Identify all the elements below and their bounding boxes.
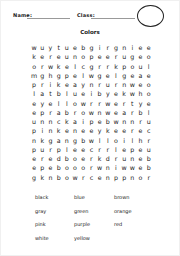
grid-cell-r10c1: p: [30, 126, 38, 135]
grid-cell-r14c14: e: [136, 163, 144, 172]
grid-cell-r1c7: b: [79, 43, 87, 52]
grid-cell-r11c12: i: [120, 136, 128, 145]
grid-cell-r9c11: w: [112, 117, 120, 126]
grid-cell-r6c7: e: [79, 89, 87, 98]
grid-cell-r2c11: r: [112, 52, 120, 61]
grid-cell-r9c7: i: [79, 117, 87, 126]
grid-cell-r5c2: r: [38, 80, 46, 89]
grid-cell-r14c13: w: [128, 163, 136, 172]
grid-cell-r4c3: h: [46, 71, 54, 80]
grid-cell-r13c1: e: [30, 154, 38, 163]
grid-cell-r13c14: e: [136, 154, 144, 163]
grid-cell-r3c15: l: [145, 62, 153, 71]
grid-cell-r11c3: g: [46, 136, 54, 145]
score-oval: [137, 5, 164, 27]
word-bank-item-yellow: yellow: [74, 235, 114, 249]
grid-cell-r6c6: u: [71, 89, 79, 98]
word-bank-item-red: red: [114, 221, 159, 235]
grid-cell-r8c14: b: [136, 108, 144, 117]
grid-cell-r12c3: r: [46, 145, 54, 154]
grid-cell-r9c6: a: [71, 117, 79, 126]
grid-cell-r12c8: c: [87, 145, 95, 154]
grid-cell-r4c10: e: [104, 71, 112, 80]
grid-cell-r6c12: k: [120, 89, 128, 98]
grid-cell-r8c10: w: [104, 108, 112, 117]
grid-cell-r7c11: e: [112, 99, 120, 108]
grid-cell-r13c6: o: [71, 154, 79, 163]
grid-cell-r7c8: r: [87, 99, 95, 108]
grid-cell-r12c11: l: [112, 145, 120, 154]
grid-cell-r2c8: p: [87, 52, 95, 61]
grid-cell-r15c11: p: [112, 173, 120, 182]
grid-cell-r2c15: o: [145, 52, 153, 61]
grid-cell-r4c7: l: [79, 71, 87, 80]
grid-cell-r14c12: w: [120, 163, 128, 172]
grid-cell-r4c13: e: [128, 71, 136, 80]
grid-cell-r13c4: d: [55, 154, 63, 163]
grid-cell-r7c14: y: [136, 99, 144, 108]
grid-cell-r10c14: e: [136, 126, 144, 135]
grid-cell-r9c10: b: [104, 117, 112, 126]
grid-cell-r10c12: e: [120, 126, 128, 135]
grid-cell-r9c12: n: [120, 117, 128, 126]
grid-cell-r7c9: r: [96, 99, 104, 108]
grid-cell-r14c2: p: [38, 163, 46, 172]
grid-cell-r10c4: k: [55, 126, 63, 135]
grid-cell-r4c15: e: [145, 71, 153, 80]
grid-cell-r13c3: e: [46, 154, 54, 163]
grid-cell-r14c4: b: [55, 163, 63, 172]
grid-cell-r14c8: r: [87, 163, 95, 172]
grid-cell-r7c12: r: [120, 99, 128, 108]
grid-cell-r8c15: l: [145, 108, 153, 117]
grid-cell-r13c8: r: [87, 154, 95, 163]
grid-cell-r13c9: k: [96, 154, 104, 163]
grid-cell-r8c1: e: [30, 108, 38, 117]
grid-cell-r5c8: n: [87, 80, 95, 89]
grid-cell-r11c14: h: [136, 136, 144, 145]
grid-cell-r2c1: k: [30, 52, 38, 61]
grid-cell-r14c1: e: [30, 163, 38, 172]
grid-cell-r10c3: n: [46, 126, 54, 135]
grid-cell-r11c7: b: [79, 136, 87, 145]
grid-cell-r2c6: n: [71, 52, 79, 61]
grid-cell-r12c2: u: [38, 145, 46, 154]
grid-cell-r14c7: o: [79, 163, 87, 172]
grid-cell-r9c15: u: [145, 117, 153, 126]
grid-cell-r1c15: e: [145, 43, 153, 52]
word-search-grid: wuytuebgirgnieekereunopeerugeoorwkelcgrr…: [30, 43, 153, 182]
grid-cell-r11c15: r: [145, 136, 153, 145]
grid-cell-r3c5: e: [63, 62, 71, 71]
grid-cell-r12c1: p: [30, 145, 38, 154]
grid-cell-r10c10: k: [104, 126, 112, 135]
grid-cell-r3c10: r: [104, 62, 112, 71]
grid-cell-r13c13: n: [128, 154, 136, 163]
grid-cell-r4c4: g: [55, 71, 63, 80]
grid-cell-r11c8: w: [87, 136, 95, 145]
grid-cell-r15c14: o: [136, 173, 144, 182]
grid-cell-r1c13: i: [128, 43, 136, 52]
grid-cell-r9c4: c: [55, 117, 63, 126]
grid-cell-r7c13: t: [128, 99, 136, 108]
grid-cell-r4c1: m: [30, 71, 38, 80]
grid-cell-r14c15: b: [145, 163, 153, 172]
grid-cell-r10c2: i: [38, 126, 46, 135]
word-bank-item-green: green: [74, 208, 114, 222]
grid-cell-r14c9: w: [96, 163, 104, 172]
grid-cell-r6c2: a: [38, 89, 46, 98]
grid-cell-r14c11: i: [112, 163, 120, 172]
grid-cell-r4c14: a: [136, 71, 144, 80]
grid-cell-r5c12: n: [120, 80, 128, 89]
grid-cell-r15c12: p: [120, 173, 128, 182]
grid-cell-r15c9: e: [96, 173, 104, 182]
grid-cell-r3c8: g: [87, 62, 95, 71]
grid-cell-r15c4: b: [55, 173, 63, 182]
grid-cell-r4c6: e: [71, 71, 79, 80]
word-bank-item-brown: brown: [114, 194, 159, 208]
grid-cell-r12c9: r: [96, 145, 104, 154]
grid-cell-r4c12: g: [120, 71, 128, 80]
word-bank-item-orange: orange: [114, 208, 159, 222]
grid-cell-r13c7: e: [79, 154, 87, 163]
grid-cell-r8c11: e: [112, 108, 120, 117]
grid-cell-r2c14: e: [136, 52, 144, 61]
grid-cell-r2c2: e: [38, 52, 46, 61]
grid-cell-r3c14: u: [136, 62, 144, 71]
grid-cell-r4c5: p: [63, 71, 71, 80]
word-bank-item-gray: gray: [35, 208, 74, 222]
grid-cell-r8c13: r: [128, 108, 136, 117]
grid-cell-r15c3: n: [46, 173, 54, 182]
grid-cell-r11c13: l: [128, 136, 136, 145]
grid-cell-r7c4: l: [55, 99, 63, 108]
grid-cell-r8c12: a: [120, 108, 128, 117]
grid-cell-r12c10: r: [104, 145, 112, 154]
grid-cell-r3c3: w: [46, 62, 54, 71]
grid-cell-r7c3: e: [46, 99, 54, 108]
grid-cell-r8c6: r: [71, 108, 79, 117]
word-bank-item-black: black: [35, 194, 74, 208]
grid-cell-r2c7: o: [79, 52, 87, 61]
word-bank: blackbluebrowngraygreenorangepinkpurpler…: [35, 194, 159, 248]
grid-cell-r6c15: o: [145, 89, 153, 98]
grid-cell-r2c3: r: [46, 52, 54, 61]
grid-cell-r5c3: i: [46, 80, 54, 89]
grid-cell-r13c2: r: [38, 154, 46, 163]
grid-cell-r11c6: g: [71, 136, 79, 145]
grid-cell-r7c1: e: [30, 99, 38, 108]
grid-cell-r10c11: e: [112, 126, 120, 135]
grid-cell-r9c2: n: [38, 117, 46, 126]
grid-cell-r1c8: g: [87, 43, 95, 52]
word-bank-item-purple: purple: [74, 221, 114, 235]
grid-cell-r5c9: r: [96, 80, 104, 89]
grid-cell-r2c9: e: [96, 52, 104, 61]
grid-cell-r9c8: p: [87, 117, 95, 126]
grid-cell-r1c2: u: [38, 43, 46, 52]
grid-cell-r7c15: e: [145, 99, 153, 108]
grid-cell-r15c10: n: [104, 173, 112, 182]
grid-cell-r2c10: e: [104, 52, 112, 61]
grid-cell-r15c5: o: [63, 173, 71, 182]
grid-cell-r1c6: e: [71, 43, 79, 52]
grid-cell-r8c4: a: [55, 108, 63, 117]
grid-cell-r12c12: e: [120, 145, 128, 154]
grid-cell-r3c6: l: [71, 62, 79, 71]
grid-cell-r15c13: n: [128, 173, 136, 182]
grid-cell-r3c4: k: [55, 62, 63, 71]
grid-cell-r10c5: e: [63, 126, 71, 135]
grid-cell-r14c3: e: [46, 163, 54, 172]
grid-cell-r4c11: l: [112, 71, 120, 80]
grid-cell-r5c7: y: [79, 80, 87, 89]
word-bank-item-blue: blue: [74, 194, 114, 208]
grid-cell-r11c2: k: [38, 136, 46, 145]
grid-cell-r7c5: l: [63, 99, 71, 108]
grid-cell-r9c9: e: [96, 117, 104, 126]
grid-cell-r3c11: k: [112, 62, 120, 71]
grid-cell-r6c11: e: [112, 89, 120, 98]
grid-cell-r6c8: i: [87, 89, 95, 98]
grid-cell-r1c14: e: [136, 43, 144, 52]
grid-cell-r10c8: e: [87, 126, 95, 135]
grid-cell-r10c13: r: [128, 126, 136, 135]
name-blank-line: [27, 18, 70, 19]
grid-cell-r4c8: w: [87, 71, 95, 80]
grid-cell-r13c15: b: [145, 154, 153, 163]
grid-cell-r7c7: w: [79, 99, 87, 108]
grid-cell-r11c9: l: [96, 136, 104, 145]
grid-cell-r9c1: u: [30, 117, 38, 126]
grid-cell-r12c15: u: [145, 145, 153, 154]
grid-cell-r5c11: r: [112, 80, 120, 89]
grid-cell-r6c4: b: [55, 89, 63, 98]
grid-cell-r12c4: p: [55, 145, 63, 154]
grid-cell-r13c11: r: [112, 154, 120, 163]
grid-cell-r15c8: c: [87, 173, 95, 182]
grid-cell-r13c10: d: [104, 154, 112, 163]
grid-cell-r5c4: k: [55, 80, 63, 89]
grid-cell-r3c12: p: [120, 62, 128, 71]
grid-cell-r8c7: o: [79, 108, 87, 117]
grid-cell-r4c9: g: [96, 71, 104, 80]
grid-cell-r7c10: w: [104, 99, 112, 108]
grid-cell-r4c2: g: [38, 71, 46, 80]
grid-cell-r15c6: w: [71, 173, 79, 182]
grid-cell-r5c15: o: [145, 80, 153, 89]
grid-cell-r1c11: g: [112, 43, 120, 52]
class-blank-line: [91, 18, 135, 19]
grid-cell-r3c2: r: [38, 62, 46, 71]
grid-cell-r10c7: e: [79, 126, 87, 135]
grid-cell-r7c6: o: [71, 99, 79, 108]
grid-cell-r14c6: o: [71, 163, 79, 172]
grid-cell-r3c9: r: [96, 62, 104, 71]
grid-cell-r12c14: e: [136, 145, 144, 154]
grid-cell-r3c1: o: [30, 62, 38, 71]
grid-cell-r2c4: e: [55, 52, 63, 61]
grid-cell-r2c12: u: [120, 52, 128, 61]
grid-cell-r8c2: p: [38, 108, 46, 117]
grid-cell-r8c9: n: [96, 108, 104, 117]
grid-cell-r5c13: w: [128, 80, 136, 89]
grid-cell-r6c1: l: [30, 89, 38, 98]
word-bank-empty: [114, 235, 159, 249]
grid-cell-r2c5: u: [63, 52, 71, 61]
grid-cell-r8c3: r: [46, 108, 54, 117]
grid-cell-r5c1: p: [30, 80, 38, 89]
puzzle-title: Colors: [0, 29, 180, 35]
grid-cell-r15c2: k: [38, 173, 46, 182]
grid-cell-r6c13: w: [128, 89, 136, 98]
grid-cell-r1c3: y: [46, 43, 54, 52]
grid-cell-r15c15: r: [145, 173, 153, 182]
grid-cell-r5c6: a: [71, 80, 79, 89]
grid-cell-r1c1: w: [30, 43, 38, 52]
grid-cell-r10c15: c: [145, 126, 153, 135]
grid-cell-r1c9: i: [96, 43, 104, 52]
grid-cell-r2c13: g: [128, 52, 136, 61]
grid-cell-r1c12: n: [120, 43, 128, 52]
grid-cell-r1c10: r: [104, 43, 112, 52]
grid-cell-r12c13: p: [128, 145, 136, 154]
grid-cell-r14c5: o: [63, 163, 71, 172]
grid-cell-r9c13: n: [128, 117, 136, 126]
grid-cell-r8c5: b: [63, 108, 71, 117]
grid-cell-r6c5: l: [63, 89, 71, 98]
grid-cell-r10c9: y: [96, 126, 104, 135]
grid-cell-r13c5: b: [63, 154, 71, 163]
grid-cell-r5c5: e: [63, 80, 71, 89]
grid-cell-r10c6: n: [71, 126, 79, 135]
grid-cell-r12c5: l: [63, 145, 71, 154]
grid-cell-r12c7: e: [79, 145, 87, 154]
grid-cell-r15c7: r: [79, 173, 87, 182]
grid-cell-r9c14: r: [136, 117, 144, 126]
grid-cell-r11c5: n: [63, 136, 71, 145]
grid-cell-r11c11: o: [112, 136, 120, 145]
grid-cell-r9c3: n: [46, 117, 54, 126]
grid-cell-r15c1: g: [30, 173, 38, 182]
grid-cell-r5c10: u: [104, 80, 112, 89]
grid-cell-r1c5: u: [63, 43, 71, 52]
grid-cell-r9c5: k: [63, 117, 71, 126]
grid-cell-r6c10: y: [104, 89, 112, 98]
grid-cell-r11c10: l: [104, 136, 112, 145]
word-bank-item-white: white: [35, 235, 74, 249]
grid-cell-r6c3: t: [46, 89, 54, 98]
worksheet-page: Name: Class: Colors wuytuebgirgnieekereu…: [0, 0, 180, 256]
grid-cell-r11c4: a: [55, 136, 63, 145]
word-bank-item-pink: pink: [35, 221, 74, 235]
grid-cell-r12c6: e: [71, 145, 79, 154]
grid-cell-r1c4: t: [55, 43, 63, 52]
grid-cell-r6c9: b: [96, 89, 104, 98]
grid-cell-r8c8: w: [87, 108, 95, 117]
grid-cell-r3c7: c: [79, 62, 87, 71]
grid-cell-r13c12: u: [120, 154, 128, 163]
grid-cell-r6c14: h: [136, 89, 144, 98]
grid-cell-r14c10: n: [104, 163, 112, 172]
grid-cell-r7c2: y: [38, 99, 46, 108]
grid-cell-r3c13: o: [128, 62, 136, 71]
grid-cell-r11c1: n: [30, 136, 38, 145]
grid-cell-r5c14: e: [136, 80, 144, 89]
